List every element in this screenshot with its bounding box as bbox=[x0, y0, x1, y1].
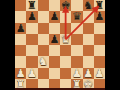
square-e4[interactable] bbox=[60, 45, 71, 56]
square-c6[interactable] bbox=[38, 23, 49, 34]
square-h2[interactable]: ♟ bbox=[94, 68, 105, 79]
square-a7[interactable] bbox=[15, 11, 26, 22]
black-pawn[interactable]: ♟ bbox=[15, 23, 26, 34]
square-c8[interactable] bbox=[38, 0, 49, 11]
square-h5[interactable] bbox=[94, 34, 105, 45]
square-f7[interactable]: ♛ bbox=[71, 11, 82, 22]
white-knight[interactable]: ♞ bbox=[38, 56, 49, 67]
black-pawn[interactable]: ♟ bbox=[49, 34, 60, 45]
square-b3[interactable] bbox=[26, 56, 37, 67]
square-a5[interactable] bbox=[15, 34, 26, 45]
square-f8[interactable] bbox=[71, 0, 82, 11]
square-c4[interactable] bbox=[38, 45, 49, 56]
square-b6[interactable] bbox=[26, 23, 37, 34]
black-rook[interactable]: ♜ bbox=[26, 0, 37, 11]
square-e3[interactable] bbox=[60, 56, 71, 67]
square-f6[interactable] bbox=[71, 23, 82, 34]
left-letterbox bbox=[0, 0, 15, 90]
square-d5[interactable]: ♟ bbox=[49, 34, 60, 45]
square-c7[interactable] bbox=[38, 11, 49, 22]
square-h7[interactable]: ♟ bbox=[94, 11, 105, 22]
square-c3[interactable]: ♞ bbox=[38, 56, 49, 67]
square-g8[interactable]: ♞ bbox=[83, 0, 94, 11]
white-pawn[interactable]: ♟ bbox=[94, 68, 105, 79]
square-a4[interactable] bbox=[15, 45, 26, 56]
square-b7[interactable]: ♟ bbox=[26, 11, 37, 22]
square-d2[interactable] bbox=[49, 68, 60, 79]
square-e8[interactable]: ♚ bbox=[60, 0, 71, 11]
white-pawn[interactable]: ♟ bbox=[83, 68, 94, 79]
square-g7[interactable] bbox=[83, 11, 94, 22]
square-a2[interactable]: ♟ bbox=[15, 68, 26, 79]
square-b5[interactable] bbox=[26, 34, 37, 45]
white-pawn[interactable]: ♟ bbox=[71, 68, 82, 79]
black-pawn[interactable]: ♟ bbox=[26, 11, 37, 22]
square-h6[interactable] bbox=[94, 23, 105, 34]
square-g2[interactable]: ♟ bbox=[83, 68, 94, 79]
white-queen[interactable]: ♛ bbox=[60, 34, 71, 45]
square-c2[interactable] bbox=[38, 68, 49, 79]
square-d7[interactable]: ♟ bbox=[49, 11, 60, 22]
square-c5[interactable] bbox=[38, 34, 49, 45]
square-b2[interactable]: ♟ bbox=[26, 68, 37, 79]
chess-board: ♜♚♞♜♟♟♛♟♟♟♛♞♟♟♟♟♟♜♜♚ bbox=[15, 0, 105, 90]
square-g4[interactable] bbox=[83, 45, 94, 56]
square-e2[interactable] bbox=[60, 68, 71, 79]
black-king[interactable]: ♚ bbox=[60, 0, 71, 11]
square-b8[interactable]: ♜ bbox=[26, 0, 37, 11]
square-f5[interactable] bbox=[71, 34, 82, 45]
square-g3[interactable] bbox=[83, 56, 94, 67]
square-d4[interactable] bbox=[49, 45, 60, 56]
square-e7[interactable] bbox=[60, 11, 71, 22]
white-pawn[interactable]: ♟ bbox=[26, 68, 37, 79]
square-f3[interactable] bbox=[71, 56, 82, 67]
white-pawn[interactable]: ♟ bbox=[15, 68, 26, 79]
square-h8[interactable]: ♜ bbox=[94, 0, 105, 11]
square-h3[interactable] bbox=[94, 56, 105, 67]
square-g5[interactable] bbox=[83, 34, 94, 45]
square-d8[interactable] bbox=[49, 0, 60, 11]
square-b4[interactable] bbox=[26, 45, 37, 56]
black-pawn[interactable]: ♟ bbox=[49, 11, 60, 22]
square-d6[interactable] bbox=[49, 23, 60, 34]
square-e5[interactable]: ♛ bbox=[60, 34, 71, 45]
square-d3[interactable] bbox=[49, 56, 60, 67]
black-knight[interactable]: ♞ bbox=[83, 0, 94, 11]
square-g6[interactable] bbox=[83, 23, 94, 34]
square-f2[interactable]: ♟ bbox=[71, 68, 82, 79]
square-f4[interactable] bbox=[71, 45, 82, 56]
square-a3[interactable] bbox=[15, 56, 26, 67]
square-a8[interactable] bbox=[15, 0, 26, 11]
square-e6[interactable] bbox=[60, 23, 71, 34]
square-a6[interactable]: ♟ bbox=[15, 23, 26, 34]
black-queen[interactable]: ♛ bbox=[71, 11, 82, 22]
black-rook[interactable]: ♜ bbox=[94, 0, 105, 11]
screenshot-root: ♜♚♞♜♟♟♛♟♟♟♛♞♟♟♟♟♟♜♜♚ bbox=[0, 0, 120, 90]
right-letterbox bbox=[105, 0, 120, 90]
black-pawn[interactable]: ♟ bbox=[94, 11, 105, 22]
board-bottom-border bbox=[15, 88, 105, 90]
square-h4[interactable] bbox=[94, 45, 105, 56]
